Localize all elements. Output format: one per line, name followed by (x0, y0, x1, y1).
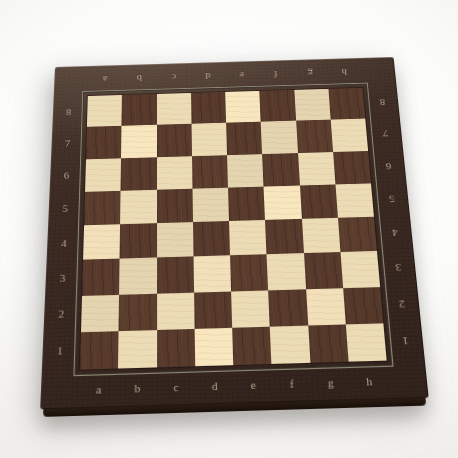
coord-label-left-3: 3 (53, 260, 72, 296)
coord-label-right-3: 3 (388, 250, 409, 286)
coord-label-top-b: b (122, 71, 156, 86)
square-h1[interactable] (346, 323, 387, 362)
coord-label-right-7: 7 (376, 118, 395, 150)
square-h5[interactable] (335, 183, 374, 218)
square-f1[interactable] (270, 325, 310, 364)
coord-label-left-1: 1 (50, 332, 69, 370)
coord-label-right-5: 5 (382, 182, 402, 216)
square-b7[interactable] (121, 125, 156, 158)
square-e4[interactable] (229, 220, 267, 256)
square-a5[interactable] (84, 191, 121, 226)
board-shadow: abcdefgh abcdefgh 87654321 87654321 (0, 0, 458, 458)
coord-label-top-g: g (292, 66, 327, 81)
square-c7[interactable] (156, 124, 191, 157)
square-a6[interactable] (85, 158, 121, 192)
page-background: abcdefgh abcdefgh 87654321 87654321 (0, 0, 458, 458)
square-f3[interactable] (267, 253, 306, 290)
coord-label-top-a: a (88, 72, 122, 87)
coord-label-bottom-a: a (79, 380, 118, 399)
coord-label-right-6: 6 (379, 150, 399, 183)
coord-label-top-d: d (190, 69, 224, 84)
square-b2[interactable] (119, 293, 157, 331)
square-g4[interactable] (301, 218, 340, 254)
coord-label-left-4: 4 (55, 226, 73, 261)
square-d4[interactable] (193, 221, 230, 257)
square-b3[interactable] (119, 258, 156, 295)
square-e7[interactable] (226, 122, 262, 155)
square-e6[interactable] (227, 154, 264, 188)
square-d3[interactable] (193, 256, 231, 293)
coords-top: abcdefgh (88, 64, 362, 86)
square-e2[interactable] (231, 290, 270, 328)
square-g5[interactable] (299, 184, 337, 219)
square-g6[interactable] (298, 152, 336, 186)
square-g2[interactable] (306, 288, 346, 326)
square-b5[interactable] (120, 190, 156, 225)
coord-label-right-8: 8 (373, 87, 392, 118)
square-f7[interactable] (261, 121, 298, 154)
square-h4[interactable] (338, 217, 377, 253)
coord-label-right-1: 1 (395, 322, 416, 360)
coord-label-top-f: f (258, 67, 293, 82)
coord-label-bottom-e: e (234, 376, 273, 395)
square-f6[interactable] (262, 153, 299, 187)
square-h3[interactable] (340, 251, 380, 288)
coord-label-left-8: 8 (60, 96, 77, 128)
square-e5[interactable] (228, 186, 265, 221)
coord-label-bottom-d: d (195, 377, 234, 396)
coords-bottom: abcdefgh (79, 372, 389, 399)
square-c1[interactable] (157, 329, 195, 368)
square-d8[interactable] (191, 92, 226, 124)
square-a2[interactable] (81, 294, 119, 332)
square-b4[interactable] (120, 223, 157, 259)
square-f4[interactable] (265, 219, 303, 255)
square-e3[interactable] (230, 254, 268, 291)
coord-label-top-e: e (224, 68, 259, 83)
square-e8[interactable] (225, 91, 261, 123)
square-g1[interactable] (308, 324, 349, 363)
square-d1[interactable] (194, 328, 233, 367)
coord-label-top-c: c (156, 70, 190, 85)
square-c6[interactable] (157, 156, 193, 190)
square-a8[interactable] (87, 95, 122, 127)
square-h6[interactable] (333, 151, 371, 185)
square-c3[interactable] (157, 257, 194, 294)
coord-label-bottom-c: c (157, 378, 196, 397)
square-h8[interactable] (328, 88, 365, 120)
coord-label-left-6: 6 (57, 159, 75, 192)
coord-label-left-2: 2 (52, 296, 71, 333)
coords-left: 87654321 (50, 96, 77, 370)
coord-label-bottom-h: h (349, 372, 389, 391)
coord-label-top-h: h (326, 64, 361, 79)
square-a3[interactable] (82, 259, 120, 296)
square-b1[interactable] (118, 330, 156, 369)
chessboard: abcdefgh abcdefgh 87654321 87654321 (40, 57, 429, 409)
coord-label-right-4: 4 (385, 216, 405, 251)
square-f2[interactable] (268, 289, 307, 327)
square-c5[interactable] (157, 188, 193, 223)
square-b8[interactable] (122, 94, 157, 126)
square-f5[interactable] (264, 185, 302, 220)
square-c4[interactable] (157, 222, 194, 258)
square-h7[interactable] (330, 119, 368, 152)
square-d6[interactable] (192, 155, 228, 189)
coord-label-bottom-g: g (311, 373, 351, 392)
square-d7[interactable] (191, 123, 227, 156)
square-d5[interactable] (192, 187, 229, 222)
coord-label-bottom-b: b (118, 379, 157, 398)
square-g3[interactable] (304, 252, 343, 289)
square-b6[interactable] (121, 157, 157, 191)
coord-label-left-5: 5 (56, 192, 74, 226)
square-d2[interactable] (194, 291, 232, 329)
playing-field (80, 88, 387, 370)
square-h2[interactable] (343, 287, 383, 325)
board-side-edge (43, 398, 426, 417)
square-a7[interactable] (86, 126, 122, 159)
square-g8[interactable] (294, 89, 331, 121)
square-a4[interactable] (83, 224, 120, 260)
square-e1[interactable] (232, 326, 271, 365)
square-g7[interactable] (296, 120, 333, 153)
coord-label-bottom-f: f (272, 374, 312, 393)
square-a1[interactable] (80, 331, 119, 370)
coord-label-right-2: 2 (391, 286, 412, 323)
coord-label-left-7: 7 (59, 127, 77, 159)
square-f8[interactable] (260, 90, 296, 122)
square-c8[interactable] (156, 93, 191, 125)
square-c2[interactable] (157, 292, 195, 330)
